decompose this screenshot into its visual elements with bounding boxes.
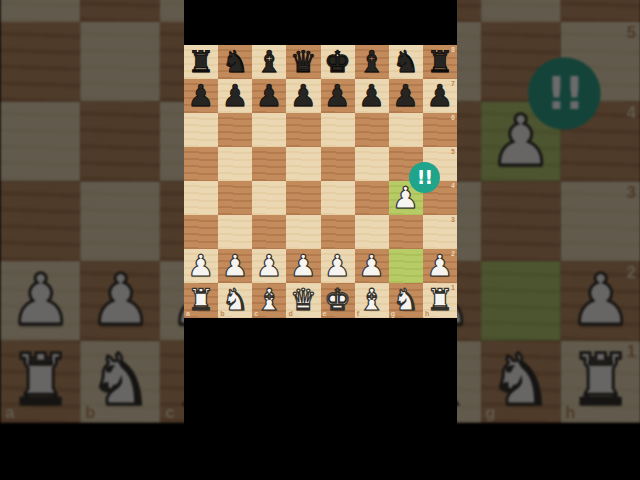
square-a6[interactable] <box>184 113 218 147</box>
square-a3[interactable] <box>184 215 218 249</box>
square-g2[interactable] <box>389 249 423 283</box>
square-f6[interactable] <box>355 113 389 147</box>
chess-board: ♜♞♝♛♚♝♞♜8♟♟♟♟♟♟♟♟765♟43♟♟♟♟♟♟♟2♜a♞b♝c♛d♚… <box>184 45 457 318</box>
square-e3[interactable] <box>321 215 355 249</box>
black-pawn-piece: ♟ <box>321 79 355 113</box>
file-label-c: c <box>254 310 258 317</box>
file-label-e: e <box>323 310 327 317</box>
square-h3[interactable]: 3 <box>423 215 457 249</box>
square-h1: ♜1h <box>560 342 640 422</box>
white-rook-piece: ♜ <box>184 283 218 317</box>
white-knight-piece: ♞ <box>81 342 161 422</box>
square-b6[interactable] <box>218 113 252 147</box>
square-h6[interactable]: 6 <box>423 113 457 147</box>
square-a7[interactable]: ♟ <box>184 79 218 113</box>
black-king-piece: ♚ <box>321 45 355 79</box>
square-a3 <box>1 182 81 262</box>
black-rook-piece: ♜ <box>184 45 218 79</box>
square-h7[interactable]: ♟7 <box>423 79 457 113</box>
white-rook-piece: ♜ <box>1 342 81 422</box>
square-f3[interactable] <box>355 215 389 249</box>
white-bishop-piece: ♝ <box>252 283 286 317</box>
square-g6 <box>480 0 560 22</box>
square-e1[interactable]: ♚e <box>321 283 355 317</box>
square-g2 <box>480 262 560 342</box>
square-e8[interactable]: ♚ <box>321 45 355 79</box>
file-label-g: g <box>391 310 395 317</box>
file-label-b: b <box>220 310 224 317</box>
file-label-a: a <box>186 310 190 317</box>
square-d8[interactable]: ♛ <box>286 45 320 79</box>
white-bishop-piece: ♝ <box>355 283 389 317</box>
black-bishop-piece: ♝ <box>252 45 286 79</box>
file-label-g: g <box>485 403 495 419</box>
white-knight-piece: ♞ <box>218 283 252 317</box>
brilliant-move-badge: !! <box>409 162 440 193</box>
square-a1: ♜a <box>1 342 81 422</box>
white-pawn-piece: ♟ <box>184 249 218 283</box>
square-d3[interactable] <box>286 215 320 249</box>
square-b3[interactable] <box>218 215 252 249</box>
rank-label-5: 5 <box>627 24 636 40</box>
square-a6 <box>1 0 81 22</box>
white-queen-piece: ♛ <box>286 283 320 317</box>
white-pawn-piece: ♟ <box>252 249 286 283</box>
square-c3[interactable] <box>252 215 286 249</box>
square-h2: ♟2 <box>560 262 640 342</box>
square-c2[interactable]: ♟ <box>252 249 286 283</box>
black-pawn-piece: ♟ <box>252 79 286 113</box>
white-pawn-piece: ♟ <box>560 262 640 342</box>
black-knight-piece: ♞ <box>389 45 423 79</box>
square-b2[interactable]: ♟ <box>218 249 252 283</box>
square-d2[interactable]: ♟ <box>286 249 320 283</box>
file-label-b: b <box>85 403 95 419</box>
square-f2[interactable]: ♟ <box>355 249 389 283</box>
square-d4[interactable] <box>286 181 320 215</box>
square-e2[interactable]: ♟ <box>321 249 355 283</box>
foreground-frame: ♜♞♝♛♚♝♞♜8♟♟♟♟♟♟♟♟765♟43♟♟♟♟♟♟♟2♜a♞b♝c♛d♚… <box>184 0 457 480</box>
square-g6[interactable] <box>389 113 423 147</box>
white-knight-piece: ♞ <box>389 283 423 317</box>
square-b6 <box>81 0 161 22</box>
square-g8[interactable]: ♞ <box>389 45 423 79</box>
square-c1[interactable]: ♝c <box>252 283 286 317</box>
black-queen-piece: ♛ <box>286 45 320 79</box>
square-d1[interactable]: ♛d <box>286 283 320 317</box>
square-b1: ♞b <box>81 342 161 422</box>
square-f5[interactable] <box>355 147 389 181</box>
rank-label-3: 3 <box>627 184 636 200</box>
white-rook-piece: ♜ <box>423 283 457 317</box>
square-g1: ♞g <box>480 342 560 422</box>
rank-label-4: 4 <box>451 182 455 189</box>
black-pawn-piece: ♟ <box>218 79 252 113</box>
rank-label-3: 3 <box>451 216 455 223</box>
square-a5[interactable] <box>184 147 218 181</box>
white-pawn-piece: ♟ <box>1 262 81 342</box>
black-knight-piece: ♞ <box>218 45 252 79</box>
white-pawn-piece: ♟ <box>218 249 252 283</box>
square-b7[interactable]: ♟ <box>218 79 252 113</box>
square-a4 <box>1 102 81 182</box>
square-a5 <box>1 22 81 102</box>
black-pawn-piece: ♟ <box>184 79 218 113</box>
white-pawn-piece: ♟ <box>423 249 457 283</box>
brilliant-move-badge: !! <box>528 56 601 129</box>
file-label-c: c <box>165 403 174 419</box>
file-label-d: d <box>288 310 292 317</box>
square-f4[interactable] <box>355 181 389 215</box>
square-b4[interactable] <box>218 181 252 215</box>
black-bishop-piece: ♝ <box>355 45 389 79</box>
rank-label-1: 1 <box>451 284 455 291</box>
white-pawn-piece: ♟ <box>321 249 355 283</box>
square-a2: ♟ <box>1 262 81 342</box>
file-label-f: f <box>357 310 359 317</box>
square-b8[interactable]: ♞ <box>218 45 252 79</box>
black-pawn-piece: ♟ <box>423 79 457 113</box>
square-b5 <box>81 22 161 102</box>
rank-label-4: 4 <box>627 104 636 120</box>
square-g1[interactable]: ♞g <box>389 283 423 317</box>
white-knight-piece: ♞ <box>480 342 560 422</box>
white-king-piece: ♚ <box>321 283 355 317</box>
square-b5[interactable] <box>218 147 252 181</box>
square-a8[interactable]: ♜ <box>184 45 218 79</box>
rank-label-5: 5 <box>451 148 455 155</box>
square-c4[interactable] <box>252 181 286 215</box>
square-c8[interactable]: ♝ <box>252 45 286 79</box>
file-label-a: a <box>5 403 14 419</box>
square-c5[interactable] <box>252 147 286 181</box>
black-pawn-piece: ♟ <box>389 79 423 113</box>
black-rook-piece: ♜ <box>423 45 457 79</box>
white-pawn-piece: ♟ <box>81 262 161 342</box>
square-h2[interactable]: ♟2 <box>423 249 457 283</box>
square-a4[interactable] <box>184 181 218 215</box>
rank-label-1: 1 <box>627 344 636 360</box>
rank-label-2: 2 <box>627 264 636 280</box>
square-c7[interactable]: ♟ <box>252 79 286 113</box>
letterbox-bottom <box>184 318 457 480</box>
square-a1[interactable]: ♜a <box>184 283 218 317</box>
square-a2[interactable]: ♟ <box>184 249 218 283</box>
square-g3 <box>480 182 560 262</box>
white-rook-piece: ♜ <box>560 342 640 422</box>
square-f1[interactable]: ♝f <box>355 283 389 317</box>
square-h8[interactable]: ♜8 <box>423 45 457 79</box>
square-g3[interactable] <box>389 215 423 249</box>
file-label-h: h <box>425 310 429 317</box>
white-pawn-piece: ♟ <box>355 249 389 283</box>
black-pawn-piece: ♟ <box>355 79 389 113</box>
square-e7[interactable]: ♟ <box>321 79 355 113</box>
square-c6[interactable] <box>252 113 286 147</box>
letterbox-top <box>184 0 457 45</box>
square-d6[interactable] <box>286 113 320 147</box>
file-label-h: h <box>565 403 575 419</box>
square-b3 <box>81 182 161 262</box>
video-frame: ♜♞♝♛♚♝♞♜8♟♟♟♟♟♟♟♟765♟43♟♟♟♟♟♟♟2♜a♞b♝c♛d♚… <box>0 0 640 480</box>
square-b2: ♟ <box>81 262 161 342</box>
rank-label-6: 6 <box>451 114 455 121</box>
square-d5[interactable] <box>286 147 320 181</box>
square-b4 <box>81 102 161 182</box>
square-e4[interactable] <box>321 181 355 215</box>
rank-label-2: 2 <box>451 250 455 257</box>
square-e5[interactable] <box>321 147 355 181</box>
black-pawn-piece: ♟ <box>286 79 320 113</box>
square-g7[interactable]: ♟ <box>389 79 423 113</box>
rank-label-7: 7 <box>451 80 455 87</box>
square-f7[interactable]: ♟ <box>355 79 389 113</box>
square-e6[interactable] <box>321 113 355 147</box>
square-h1[interactable]: ♜1h <box>423 283 457 317</box>
square-h6: 6 <box>560 0 640 22</box>
square-b1[interactable]: ♞b <box>218 283 252 317</box>
square-f8[interactable]: ♝ <box>355 45 389 79</box>
square-h3: 3 <box>560 182 640 262</box>
square-d7[interactable]: ♟ <box>286 79 320 113</box>
white-pawn-piece: ♟ <box>286 249 320 283</box>
rank-label-8: 8 <box>451 46 455 53</box>
